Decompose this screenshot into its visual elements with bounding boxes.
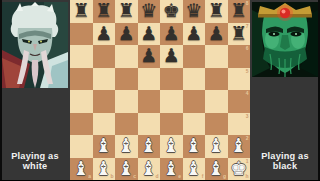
rank-label-3: 3: [246, 114, 249, 119]
piece-white-bishop: ♝: [230, 136, 247, 155]
square-h7[interactable]: ♜7: [228, 23, 251, 46]
piece-white-bishop: ♝: [208, 136, 225, 155]
piece-white-bishop: ♝: [185, 136, 202, 155]
black-label-line1: Playing as: [250, 151, 320, 161]
square-h3[interactable]: 3: [228, 113, 251, 136]
square-c8[interactable]: ♜: [115, 0, 138, 23]
phantom-lancer-portrait: [2, 2, 68, 88]
square-g4[interactable]: [205, 90, 228, 113]
square-a5[interactable]: [70, 68, 93, 91]
square-h1[interactable]: ♚1h: [228, 158, 251, 181]
square-a4[interactable]: [70, 90, 93, 113]
white-player-label: Playing as white: [0, 151, 70, 171]
square-e1[interactable]: ♝e: [160, 158, 183, 181]
square-d2[interactable]: ♝: [138, 135, 161, 158]
square-f4[interactable]: [183, 90, 206, 113]
square-f1[interactable]: ♝f: [183, 158, 206, 181]
piece-black-pawn: ♟: [140, 46, 157, 65]
piece-white-bishop: ♝: [95, 159, 112, 178]
white-player-avatar: [2, 2, 68, 88]
piece-black-queen: ♛: [140, 1, 157, 20]
square-e5[interactable]: [160, 68, 183, 91]
square-f2[interactable]: ♝: [183, 135, 206, 158]
piece-black-pawn: ♟: [118, 24, 135, 43]
square-d7[interactable]: ♟: [138, 23, 161, 46]
square-c3[interactable]: [115, 113, 138, 136]
piece-black-pawn: ♟: [140, 24, 157, 43]
piece-white-bishop: ♝: [118, 159, 135, 178]
white-label-line1: Playing as: [0, 151, 70, 161]
square-b8[interactable]: ♜: [93, 0, 116, 23]
square-g3[interactable]: [205, 113, 228, 136]
piece-black-rook: ♜: [118, 1, 135, 20]
square-h4[interactable]: 4: [228, 90, 251, 113]
chess-board: ♜♜♜♛♚♛♜♜8♟♟♟♟♟♟♜7♟♟6543♝♝♝♝♝♝♝2♝a♝b♝c♝d♝…: [70, 0, 250, 180]
black-label-line2: black: [250, 161, 320, 171]
square-e4[interactable]: [160, 90, 183, 113]
piece-black-rook: ♜: [230, 24, 247, 43]
black-player-label: Playing as black: [250, 151, 320, 171]
square-g1[interactable]: ♝g: [205, 158, 228, 181]
piece-white-bishop: ♝: [140, 159, 157, 178]
rank-label-4: 4: [246, 91, 249, 96]
piece-white-bishop: ♝: [185, 159, 202, 178]
square-d1[interactable]: ♝d: [138, 158, 161, 181]
square-b3[interactable]: [93, 113, 116, 136]
square-f8[interactable]: ♛: [183, 0, 206, 23]
square-h6[interactable]: 6: [228, 45, 251, 68]
square-g6[interactable]: [205, 45, 228, 68]
piece-black-pawn: ♟: [185, 24, 202, 43]
square-d8[interactable]: ♛: [138, 0, 161, 23]
piece-white-bishop: ♝: [208, 159, 225, 178]
piece-black-pawn: ♟: [163, 46, 180, 65]
piece-black-pawn: ♟: [208, 24, 225, 43]
square-h2[interactable]: ♝2: [228, 135, 251, 158]
rank-label-5: 5: [246, 69, 249, 74]
piece-white-bishop: ♝: [118, 136, 135, 155]
piece-black-king: ♚: [163, 1, 180, 20]
piece-black-rook: ♜: [73, 1, 90, 20]
piece-white-bishop: ♝: [140, 136, 157, 155]
square-c2[interactable]: ♝: [115, 135, 138, 158]
piece-white-bishop: ♝: [163, 136, 180, 155]
square-b5[interactable]: [93, 68, 116, 91]
square-a3[interactable]: [70, 113, 93, 136]
piece-black-pawn: ♟: [163, 24, 180, 43]
square-a2[interactable]: [70, 135, 93, 158]
piece-black-rook: ♜: [230, 1, 247, 20]
square-c7[interactable]: ♟: [115, 23, 138, 46]
video-frame: ♜♜♜♛♚♛♜♜8♟♟♟♟♟♟♜7♟♟6543♝♝♝♝♝♝♝2♝a♝b♝c♝d♝…: [0, 0, 320, 180]
square-b7[interactable]: ♟: [93, 23, 116, 46]
square-b2[interactable]: ♝: [93, 135, 116, 158]
piece-black-rook: ♜: [95, 1, 112, 20]
square-c5[interactable]: [115, 68, 138, 91]
square-b4[interactable]: [93, 90, 116, 113]
piece-white-bishop: ♝: [163, 159, 180, 178]
square-c6[interactable]: [115, 45, 138, 68]
black-player-avatar: [252, 2, 318, 77]
square-h5[interactable]: 5: [228, 68, 251, 91]
square-e3[interactable]: [160, 113, 183, 136]
square-e2[interactable]: ♝: [160, 135, 183, 158]
square-f3[interactable]: [183, 113, 206, 136]
square-b6[interactable]: [93, 45, 116, 68]
square-a8[interactable]: ♜: [70, 0, 93, 23]
square-e6[interactable]: ♟: [160, 45, 183, 68]
square-c4[interactable]: [115, 90, 138, 113]
square-g7[interactable]: ♟: [205, 23, 228, 46]
square-f5[interactable]: [183, 68, 206, 91]
square-f6[interactable]: [183, 45, 206, 68]
square-e8[interactable]: ♚: [160, 0, 183, 23]
square-d5[interactable]: [138, 68, 161, 91]
piece-white-bishop: ♝: [95, 136, 112, 155]
square-g8[interactable]: ♜: [205, 0, 228, 23]
square-d4[interactable]: [138, 90, 161, 113]
square-b1[interactable]: ♝b: [93, 158, 116, 181]
piece-white-bishop: ♝: [73, 159, 90, 178]
square-f7[interactable]: ♟: [183, 23, 206, 46]
piece-black-queen: ♛: [185, 1, 202, 20]
square-g2[interactable]: ♝: [205, 135, 228, 158]
square-d3[interactable]: [138, 113, 161, 136]
square-a7[interactable]: [70, 23, 93, 46]
square-d6[interactable]: ♟: [138, 45, 161, 68]
square-c1[interactable]: ♝c: [115, 158, 138, 181]
white-label-line2: white: [0, 161, 70, 171]
square-a1[interactable]: ♝a: [70, 158, 93, 181]
piece-black-pawn: ♟: [95, 24, 112, 43]
piece-white-king: ♚: [230, 159, 247, 178]
wraith-king-portrait: [252, 2, 318, 77]
square-h8[interactable]: ♜8: [228, 0, 251, 23]
piece-black-rook: ♜: [208, 1, 225, 20]
rank-label-6: 6: [246, 46, 249, 51]
square-e7[interactable]: ♟: [160, 23, 183, 46]
square-g5[interactable]: [205, 68, 228, 91]
square-a6[interactable]: [70, 45, 93, 68]
